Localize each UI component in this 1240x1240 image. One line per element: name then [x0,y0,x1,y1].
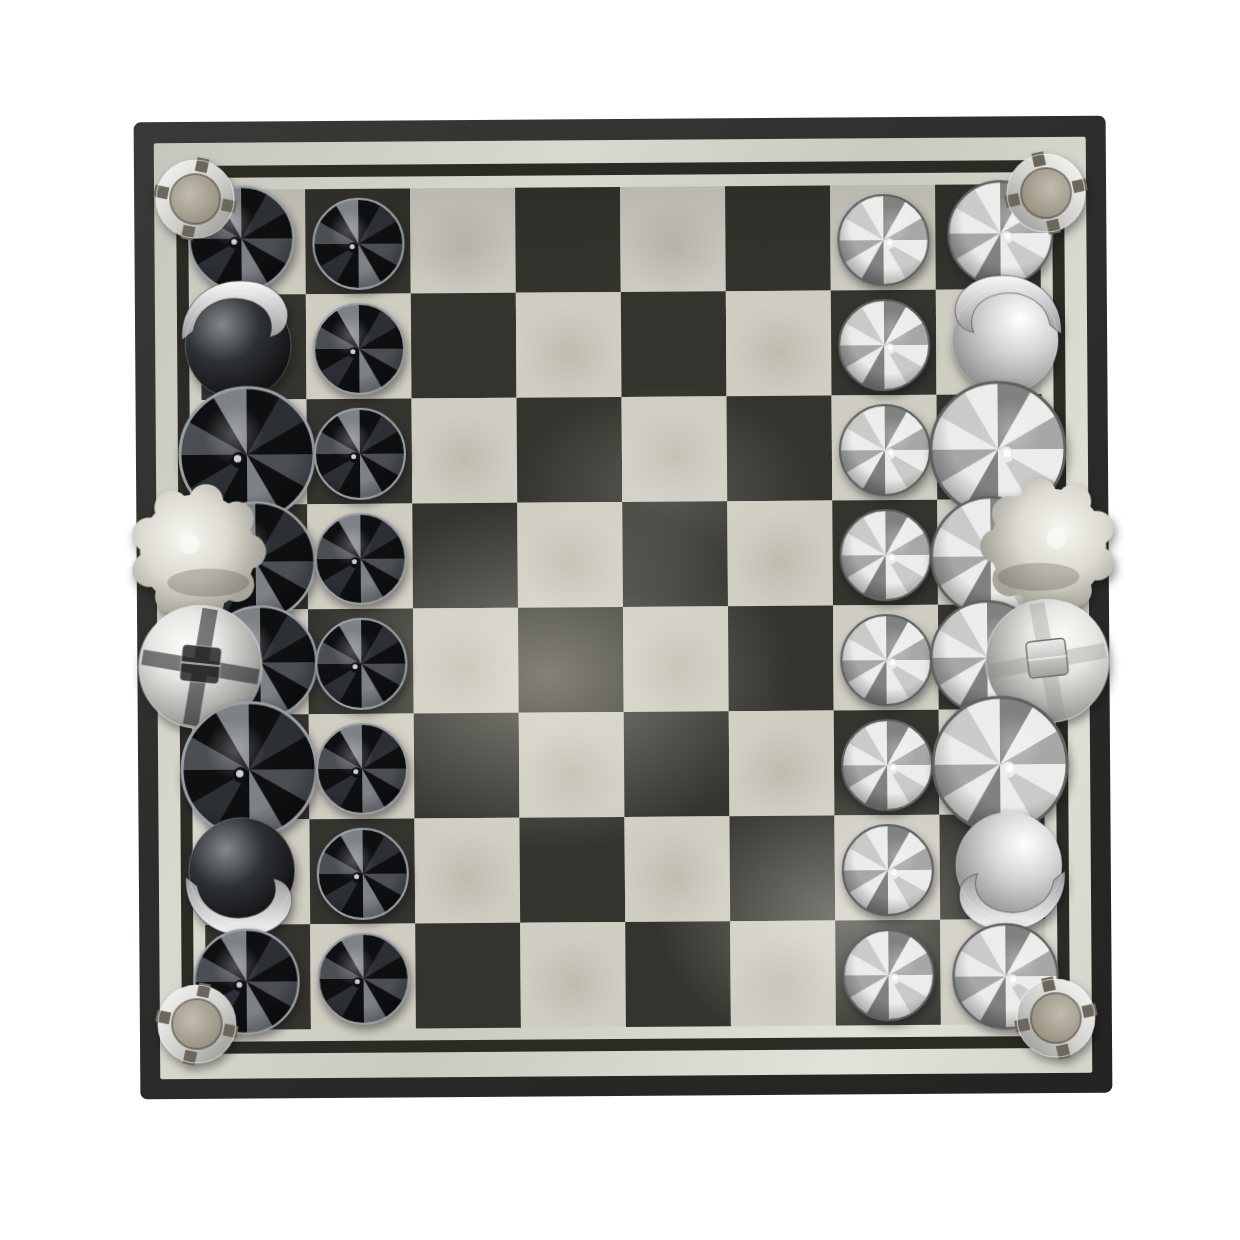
square-d4 [622,501,728,607]
square-a4 [620,186,726,292]
square-f4 [624,711,730,817]
square-c1 [937,394,1043,500]
square-g8 [204,819,310,925]
square-d2 [832,500,938,606]
square-e4 [623,606,729,712]
square-e1 [938,604,1044,710]
square-e8 [203,609,309,715]
photo-stage [0,0,1240,1240]
square-a1 [935,184,1041,290]
square-e7 [308,608,414,714]
square-h7 [310,923,416,1029]
square-h5 [520,922,626,1028]
square-f7 [309,713,415,819]
square-h8 [205,924,311,1030]
square-a7 [305,188,411,294]
square-h4 [625,921,731,1027]
square-c3 [727,396,833,502]
square-c6 [412,398,518,504]
square-e2 [833,605,939,711]
square-g5 [519,817,625,923]
square-b1 [936,289,1042,395]
square-f8 [204,714,310,820]
square-g4 [624,816,730,922]
square-a8 [200,189,306,295]
square-b2 [831,290,937,396]
square-b8 [201,294,307,400]
square-g2 [834,815,940,921]
square-d8 [202,504,308,610]
square-a3 [725,186,831,292]
square-c8 [202,399,308,505]
board-grid [200,184,1046,1030]
square-b6 [411,293,517,399]
square-a2 [830,185,936,291]
square-c7 [307,398,413,504]
square-c5 [517,397,623,503]
square-e3 [728,606,834,712]
square-c2 [832,395,938,501]
square-b3 [726,291,832,397]
square-d5 [517,502,623,608]
square-d3 [727,501,833,607]
chess-board [134,116,1113,1100]
square-h6 [415,923,521,1029]
square-e5 [518,607,624,713]
square-e6 [413,608,519,714]
square-g1 [939,814,1045,920]
square-f3 [729,711,835,817]
square-f1 [939,709,1045,815]
square-d6 [412,503,518,609]
square-f2 [834,710,940,816]
square-g7 [309,818,415,924]
square-b4 [621,291,727,397]
square-h3 [730,921,836,1027]
square-d7 [307,503,413,609]
square-g6 [414,818,520,924]
square-f5 [519,712,625,818]
square-a5 [515,187,621,293]
square-a6 [410,188,516,294]
square-d1 [937,499,1043,605]
square-b7 [306,293,412,399]
square-h2 [835,920,941,1026]
square-f6 [414,713,520,819]
square-b5 [516,292,622,398]
square-g3 [729,816,835,922]
square-c4 [622,396,728,502]
square-h1 [940,919,1046,1025]
